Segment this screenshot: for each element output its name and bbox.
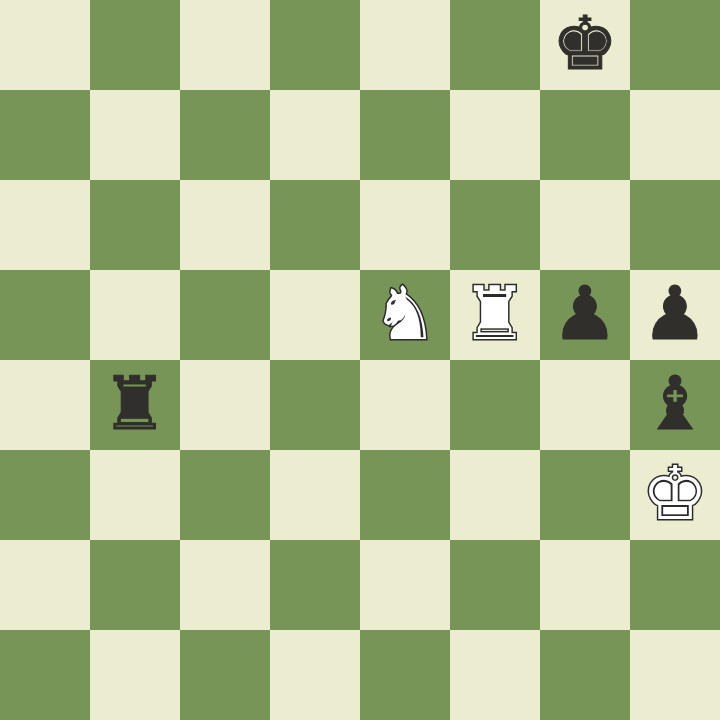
square-h5[interactable]: ♟ — [630, 270, 720, 360]
square-e3[interactable] — [360, 450, 450, 540]
square-e6[interactable] — [360, 180, 450, 270]
square-d7[interactable] — [270, 90, 360, 180]
square-c2[interactable] — [180, 540, 270, 630]
square-a7[interactable] — [0, 90, 90, 180]
square-b3[interactable] — [90, 450, 180, 540]
square-f6[interactable] — [450, 180, 540, 270]
square-a1[interactable] — [0, 630, 90, 720]
black-pawn-piece[interactable]: ♟ — [642, 268, 708, 358]
square-c8[interactable] — [180, 0, 270, 90]
square-b6[interactable] — [90, 180, 180, 270]
square-a5[interactable] — [0, 270, 90, 360]
square-e4[interactable] — [360, 360, 450, 450]
black-rook-piece[interactable]: ♜ — [102, 358, 168, 448]
square-g1[interactable] — [540, 630, 630, 720]
black-bishop-piece[interactable]: ♝ — [642, 358, 708, 448]
square-f4[interactable] — [450, 360, 540, 450]
square-f1[interactable] — [450, 630, 540, 720]
black-pawn-piece[interactable]: ♟ — [552, 268, 618, 358]
square-b7[interactable] — [90, 90, 180, 180]
square-h7[interactable] — [630, 90, 720, 180]
square-d5[interactable] — [270, 270, 360, 360]
square-h2[interactable] — [630, 540, 720, 630]
black-king-piece[interactable]: ♚ — [552, 0, 618, 88]
square-d4[interactable] — [270, 360, 360, 450]
square-e7[interactable] — [360, 90, 450, 180]
white-knight-piece[interactable]: ♞ — [372, 268, 438, 358]
square-b4[interactable]: ♜ — [90, 360, 180, 450]
square-e5[interactable]: ♞ — [360, 270, 450, 360]
square-e8[interactable] — [360, 0, 450, 90]
square-h3[interactable]: ♚ — [630, 450, 720, 540]
square-g6[interactable] — [540, 180, 630, 270]
square-d6[interactable] — [270, 180, 360, 270]
square-d2[interactable] — [270, 540, 360, 630]
square-g4[interactable] — [540, 360, 630, 450]
square-b8[interactable] — [90, 0, 180, 90]
square-c3[interactable] — [180, 450, 270, 540]
square-b1[interactable] — [90, 630, 180, 720]
square-g5[interactable]: ♟ — [540, 270, 630, 360]
square-g8[interactable]: ♚ — [540, 0, 630, 90]
square-f8[interactable] — [450, 0, 540, 90]
square-c1[interactable] — [180, 630, 270, 720]
square-f2[interactable] — [450, 540, 540, 630]
square-b5[interactable] — [90, 270, 180, 360]
square-g7[interactable] — [540, 90, 630, 180]
square-h6[interactable] — [630, 180, 720, 270]
square-e2[interactable] — [360, 540, 450, 630]
square-a6[interactable] — [0, 180, 90, 270]
white-rook-piece[interactable]: ♜ — [462, 268, 528, 358]
square-f3[interactable] — [450, 450, 540, 540]
square-a2[interactable] — [0, 540, 90, 630]
square-d1[interactable] — [270, 630, 360, 720]
square-a3[interactable] — [0, 450, 90, 540]
square-a4[interactable] — [0, 360, 90, 450]
square-h8[interactable] — [630, 0, 720, 90]
square-f5[interactable]: ♜ — [450, 270, 540, 360]
square-f7[interactable] — [450, 90, 540, 180]
square-g2[interactable] — [540, 540, 630, 630]
square-b2[interactable] — [90, 540, 180, 630]
square-h4[interactable]: ♝ — [630, 360, 720, 450]
white-king-piece[interactable]: ♚ — [642, 448, 708, 538]
square-c6[interactable] — [180, 180, 270, 270]
square-c4[interactable] — [180, 360, 270, 450]
square-d8[interactable] — [270, 0, 360, 90]
square-c5[interactable] — [180, 270, 270, 360]
square-h1[interactable] — [630, 630, 720, 720]
square-a8[interactable] — [0, 0, 90, 90]
square-g3[interactable] — [540, 450, 630, 540]
square-c7[interactable] — [180, 90, 270, 180]
square-e1[interactable] — [360, 630, 450, 720]
chess-board: ♚♞♜♟♟♜♝♚ — [0, 0, 720, 720]
square-d3[interactable] — [270, 450, 360, 540]
